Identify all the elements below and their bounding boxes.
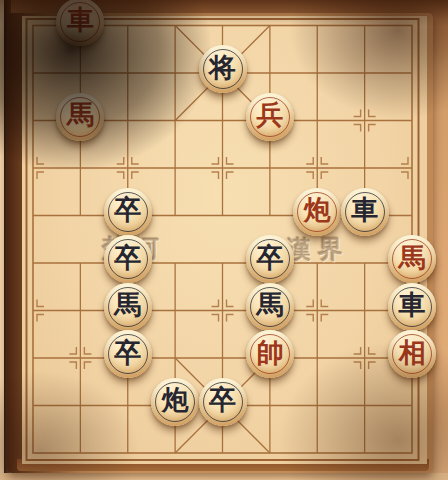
piece-red-horse[interactable]: 馬 [56,93,104,141]
piece-label: 帥 [256,340,283,367]
piece-black-cannon[interactable]: 炮 [151,378,199,426]
piece-black-horse[interactable]: 馬 [246,283,294,331]
piece-black-soldier[interactable]: 卒 [104,235,152,283]
piece-label: 車 [351,197,378,224]
piece-label: 馬 [67,102,94,129]
pieces-layer: 車将馬兵卒炮車卒卒馬馬馬車卒帥相炮卒 [22,16,427,464]
piece-black-general[interactable]: 将 [199,45,247,93]
piece-black-soldier[interactable]: 卒 [104,188,152,236]
piece-label: 馬 [114,292,141,319]
piece-label: 卒 [114,245,141,272]
page-bottom-edge [0,473,448,480]
piece-red-elephant[interactable]: 相 [388,330,436,378]
piece-black-soldier[interactable]: 卒 [246,235,294,283]
piece-black-soldier[interactable]: 卒 [199,378,247,426]
piece-red-horse[interactable]: 馬 [388,235,436,283]
piece-label: 卒 [114,340,141,367]
piece-label: 車 [67,7,94,34]
piece-label: 相 [399,340,426,367]
piece-red-cannon[interactable]: 炮 [293,188,341,236]
piece-label: 炮 [304,197,331,224]
piece-label: 卒 [209,387,236,414]
xiangqi-app-screen: 楚河 漢界 車将馬兵卒炮車卒卒馬馬馬車卒帥相炮卒 [0,0,448,480]
piece-black-soldier[interactable]: 卒 [104,330,152,378]
piece-label: 炮 [162,387,189,414]
piece-label: 卒 [256,245,283,272]
board-surface[interactable]: 楚河 漢界 車将馬兵卒炮車卒卒馬馬馬車卒帥相炮卒 [22,16,427,464]
xiangqi-board: 楚河 漢界 車将馬兵卒炮車卒卒馬馬馬車卒帥相炮卒 [7,13,433,473]
piece-red-soldier[interactable]: 兵 [246,93,294,141]
piece-label: 兵 [256,102,283,129]
piece-black-chariot[interactable]: 車 [341,188,389,236]
piece-label: 将 [209,55,236,82]
piece-label: 馬 [399,245,426,272]
piece-red-general[interactable]: 帥 [246,330,294,378]
piece-black-horse[interactable]: 馬 [104,283,152,331]
piece-label: 車 [399,292,426,319]
piece-label: 卒 [114,197,141,224]
piece-label: 馬 [256,292,283,319]
piece-black-chariot[interactable]: 車 [388,283,436,331]
piece-red-chariot[interactable]: 車 [56,0,104,46]
